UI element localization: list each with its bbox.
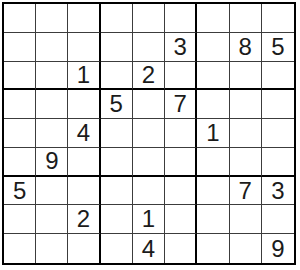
cell-r8c9[interactable] <box>262 205 294 234</box>
cell-r2c1[interactable] <box>4 33 36 62</box>
cell-r4c2[interactable] <box>36 90 68 119</box>
cell-r6c6[interactable] <box>165 148 197 177</box>
cell-r2c3[interactable] <box>68 33 100 62</box>
cell-r1c3[interactable] <box>68 4 100 33</box>
given-digit-r7c8: 7 <box>230 177 262 206</box>
given-digit-r2c8: 8 <box>230 33 262 62</box>
given-digit-r7c1: 5 <box>4 177 36 206</box>
cell-r4c7[interactable] <box>197 90 229 119</box>
cell-r3c8[interactable] <box>230 62 262 91</box>
cell-r8c4[interactable] <box>101 205 133 234</box>
cell-r3c1[interactable] <box>4 62 36 91</box>
cell-r2c5[interactable] <box>133 33 165 62</box>
cell-r2c2[interactable] <box>36 33 68 62</box>
given-digit-r8c3: 2 <box>68 205 100 234</box>
cell-r3c9[interactable] <box>262 62 294 91</box>
cell-r6c3[interactable] <box>68 148 100 177</box>
cell-r7c2[interactable] <box>36 177 68 206</box>
cell-r3c7[interactable] <box>197 62 229 91</box>
given-digit-r7c9: 3 <box>262 177 294 206</box>
given-digit-r5c3: 4 <box>68 119 100 148</box>
given-digit-r5c7: 1 <box>197 119 229 148</box>
cell-r9c3[interactable] <box>68 234 100 263</box>
sudoku-board: 38512574195732149 <box>2 2 296 265</box>
cell-r9c6[interactable] <box>165 234 197 263</box>
cell-r9c4[interactable] <box>101 234 133 263</box>
cell-r9c1[interactable] <box>4 234 36 263</box>
cell-r1c2[interactable] <box>36 4 68 33</box>
cell-r4c5[interactable] <box>133 90 165 119</box>
cell-r9c2[interactable] <box>36 234 68 263</box>
cell-r1c1[interactable] <box>4 4 36 33</box>
cell-r6c7[interactable] <box>197 148 229 177</box>
given-digit-r8c5: 1 <box>133 205 165 234</box>
cell-r5c1[interactable] <box>4 119 36 148</box>
given-digit-r9c9: 9 <box>262 234 294 263</box>
cell-r5c5[interactable] <box>133 119 165 148</box>
cell-r2c7[interactable] <box>197 33 229 62</box>
cell-r8c7[interactable] <box>197 205 229 234</box>
cell-r3c6[interactable] <box>165 62 197 91</box>
cell-r6c8[interactable] <box>230 148 262 177</box>
cell-r1c6[interactable] <box>165 4 197 33</box>
given-digit-r9c5: 4 <box>133 234 165 263</box>
cell-r3c4[interactable] <box>101 62 133 91</box>
cell-r5c4[interactable] <box>101 119 133 148</box>
cell-r6c9[interactable] <box>262 148 294 177</box>
cell-r4c1[interactable] <box>4 90 36 119</box>
cell-r8c8[interactable] <box>230 205 262 234</box>
cell-r4c9[interactable] <box>262 90 294 119</box>
cell-r8c1[interactable] <box>4 205 36 234</box>
cell-r2c4[interactable] <box>101 33 133 62</box>
cell-r4c3[interactable] <box>68 90 100 119</box>
cell-r8c6[interactable] <box>165 205 197 234</box>
cell-r4c8[interactable] <box>230 90 262 119</box>
given-digit-r2c6: 3 <box>165 33 197 62</box>
given-digit-r3c5: 2 <box>133 62 165 91</box>
cell-r1c4[interactable] <box>101 4 133 33</box>
cell-r5c6[interactable] <box>165 119 197 148</box>
cell-r7c5[interactable] <box>133 177 165 206</box>
cell-r5c9[interactable] <box>262 119 294 148</box>
cell-r5c8[interactable] <box>230 119 262 148</box>
given-digit-r6c2: 9 <box>36 148 68 177</box>
cell-r7c4[interactable] <box>101 177 133 206</box>
given-digit-r2c9: 5 <box>262 33 294 62</box>
cell-r9c7[interactable] <box>197 234 229 263</box>
given-digit-r4c4: 5 <box>101 90 133 119</box>
given-digit-r4c6: 7 <box>165 90 197 119</box>
cell-r6c4[interactable] <box>101 148 133 177</box>
cell-r1c9[interactable] <box>262 4 294 33</box>
cell-r5c2[interactable] <box>36 119 68 148</box>
cell-r3c2[interactable] <box>36 62 68 91</box>
cell-r6c1[interactable] <box>4 148 36 177</box>
cell-r1c5[interactable] <box>133 4 165 33</box>
cell-r1c7[interactable] <box>197 4 229 33</box>
cell-r7c7[interactable] <box>197 177 229 206</box>
cell-r8c2[interactable] <box>36 205 68 234</box>
cell-r9c8[interactable] <box>230 234 262 263</box>
given-digit-r3c3: 1 <box>68 62 100 91</box>
cell-r7c6[interactable] <box>165 177 197 206</box>
cell-r6c5[interactable] <box>133 148 165 177</box>
cell-r1c8[interactable] <box>230 4 262 33</box>
cell-r7c3[interactable] <box>68 177 100 206</box>
